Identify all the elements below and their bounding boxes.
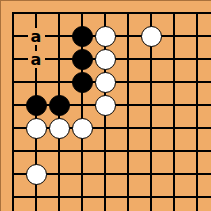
board-point[interactable] <box>186 48 209 71</box>
white-stone <box>26 164 47 185</box>
board-point[interactable] <box>2 94 25 117</box>
black-stone <box>72 26 93 47</box>
board-point[interactable] <box>2 117 25 140</box>
board-point[interactable] <box>186 25 209 48</box>
board-point[interactable] <box>186 94 209 117</box>
black-stone <box>72 49 93 70</box>
board-point[interactable] <box>2 140 25 163</box>
board-point[interactable] <box>117 186 140 209</box>
board-point[interactable]: a <box>25 25 48 48</box>
board-point[interactable] <box>71 140 94 163</box>
white-stone <box>95 95 116 116</box>
go-board-diagram: aa <box>0 0 211 211</box>
board-point[interactable] <box>117 2 140 25</box>
board-point[interactable] <box>163 163 186 186</box>
board-point[interactable] <box>48 71 71 94</box>
board-point[interactable] <box>94 140 117 163</box>
board-point[interactable] <box>25 163 48 186</box>
board-point[interactable] <box>186 140 209 163</box>
board-point[interactable] <box>48 94 71 117</box>
board-point[interactable] <box>71 25 94 48</box>
board-point[interactable] <box>186 163 209 186</box>
board-point[interactable] <box>25 140 48 163</box>
board-point[interactable] <box>140 186 163 209</box>
board-point[interactable] <box>25 117 48 140</box>
board-point[interactable] <box>2 2 25 25</box>
board-point[interactable] <box>25 2 48 25</box>
board-point[interactable] <box>94 186 117 209</box>
board-point[interactable] <box>117 163 140 186</box>
board-point[interactable] <box>140 163 163 186</box>
board-point[interactable] <box>186 71 209 94</box>
board-point[interactable] <box>117 71 140 94</box>
board-point[interactable] <box>140 48 163 71</box>
board-point[interactable] <box>2 71 25 94</box>
board-point[interactable] <box>71 163 94 186</box>
board-point[interactable] <box>71 71 94 94</box>
black-stone <box>72 72 93 93</box>
board-point[interactable] <box>140 94 163 117</box>
board-point[interactable] <box>117 117 140 140</box>
board-point[interactable] <box>48 117 71 140</box>
board-point[interactable] <box>163 71 186 94</box>
board-point[interactable] <box>94 117 117 140</box>
board-point[interactable] <box>163 94 186 117</box>
board-point[interactable] <box>2 163 25 186</box>
board-point[interactable] <box>163 117 186 140</box>
white-stone <box>95 49 116 70</box>
board-point[interactable] <box>25 94 48 117</box>
white-stone <box>72 118 93 139</box>
white-stone <box>26 118 47 139</box>
board-point[interactable] <box>94 71 117 94</box>
board-point[interactable] <box>48 140 71 163</box>
board-point[interactable] <box>94 48 117 71</box>
board-point[interactable] <box>25 186 48 209</box>
board-point[interactable] <box>117 25 140 48</box>
board-point[interactable] <box>48 48 71 71</box>
board-point[interactable] <box>71 48 94 71</box>
board-point[interactable] <box>2 186 25 209</box>
board-point[interactable] <box>48 186 71 209</box>
point-label: a <box>28 51 45 68</box>
board-point[interactable] <box>94 94 117 117</box>
white-stone <box>95 72 116 93</box>
board-point[interactable] <box>117 48 140 71</box>
board-point[interactable]: a <box>25 48 48 71</box>
board-point[interactable] <box>94 25 117 48</box>
board-point[interactable] <box>163 2 186 25</box>
board-point[interactable] <box>71 94 94 117</box>
board-point[interactable] <box>25 71 48 94</box>
board-point[interactable] <box>163 186 186 209</box>
board-point[interactable] <box>163 25 186 48</box>
go-board-grid: aa <box>2 2 209 209</box>
white-stone <box>49 118 70 139</box>
black-stone <box>26 95 47 116</box>
board-point[interactable] <box>48 25 71 48</box>
white-stone <box>141 26 162 47</box>
board-point[interactable] <box>48 2 71 25</box>
board-point[interactable] <box>140 2 163 25</box>
board-point[interactable] <box>163 48 186 71</box>
board-point[interactable] <box>94 163 117 186</box>
board-point[interactable] <box>48 163 71 186</box>
board-point[interactable] <box>140 71 163 94</box>
board-point[interactable] <box>163 140 186 163</box>
board-point[interactable] <box>117 140 140 163</box>
board-point[interactable] <box>2 48 25 71</box>
board-point[interactable] <box>71 117 94 140</box>
point-label: a <box>28 28 45 45</box>
board-point[interactable] <box>140 140 163 163</box>
board-point[interactable] <box>2 25 25 48</box>
board-point[interactable] <box>186 186 209 209</box>
board-point[interactable] <box>186 117 209 140</box>
white-stone <box>95 26 116 47</box>
board-point[interactable] <box>71 2 94 25</box>
board-point[interactable] <box>186 2 209 25</box>
board-point[interactable] <box>94 2 117 25</box>
board-point[interactable] <box>140 117 163 140</box>
board-point[interactable] <box>140 25 163 48</box>
board-point[interactable] <box>117 94 140 117</box>
black-stone <box>49 95 70 116</box>
board-point[interactable] <box>71 186 94 209</box>
